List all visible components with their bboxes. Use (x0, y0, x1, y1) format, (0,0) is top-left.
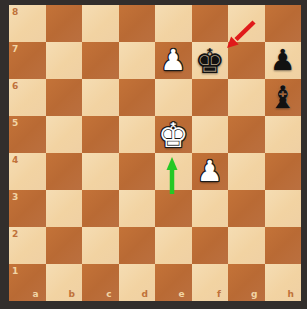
square-e1[interactable]: e (155, 264, 192, 301)
square-g1[interactable]: g (228, 264, 265, 301)
square-c6[interactable] (82, 79, 119, 116)
square-g2[interactable] (228, 227, 265, 264)
square-c7[interactable] (82, 42, 119, 79)
chess-board: 87♟♚♟6♝5♚4♟321abcdefgh (9, 5, 301, 301)
square-b3[interactable] (46, 190, 83, 227)
square-f5[interactable] (192, 116, 229, 153)
square-f1[interactable]: f (192, 264, 229, 301)
square-d3[interactable] (119, 190, 156, 227)
white-pawn[interactable]: ♟ (192, 153, 229, 190)
black-king[interactable]: ♚ (192, 42, 229, 79)
square-c8[interactable] (82, 5, 119, 42)
square-d1[interactable]: d (119, 264, 156, 301)
square-c3[interactable] (82, 190, 119, 227)
square-h2[interactable] (265, 227, 302, 264)
white-king[interactable]: ♚ (155, 116, 192, 153)
rank-label-4: 4 (12, 156, 18, 165)
square-b1[interactable]: b (46, 264, 83, 301)
square-e8[interactable] (155, 5, 192, 42)
file-label-e: e (178, 290, 184, 299)
file-label-d: d (142, 290, 148, 299)
square-f8[interactable] (192, 5, 229, 42)
rank-label-8: 8 (12, 8, 18, 17)
square-a8[interactable]: 8 (9, 5, 46, 42)
square-a5[interactable]: 5 (9, 116, 46, 153)
square-f4[interactable]: ♟ (192, 153, 229, 190)
rank-label-2: 2 (12, 230, 18, 239)
black-bishop[interactable]: ♝ (265, 79, 302, 116)
square-h6[interactable]: ♝ (265, 79, 302, 116)
square-h3[interactable] (265, 190, 302, 227)
square-d2[interactable] (119, 227, 156, 264)
square-b8[interactable] (46, 5, 83, 42)
rank-label-5: 5 (12, 119, 18, 128)
square-f7[interactable]: ♚ (192, 42, 229, 79)
square-c4[interactable] (82, 153, 119, 190)
square-a3[interactable]: 3 (9, 190, 46, 227)
square-c2[interactable] (82, 227, 119, 264)
square-h7[interactable]: ♟ (265, 42, 302, 79)
square-f6[interactable] (192, 79, 229, 116)
square-a1[interactable]: 1a (9, 264, 46, 301)
square-g7[interactable] (228, 42, 265, 79)
square-h8[interactable] (265, 5, 302, 42)
rank-label-6: 6 (12, 82, 18, 91)
rank-label-1: 1 (12, 267, 18, 276)
square-b6[interactable] (46, 79, 83, 116)
square-b7[interactable] (46, 42, 83, 79)
square-d7[interactable] (119, 42, 156, 79)
square-a7[interactable]: 7 (9, 42, 46, 79)
square-c1[interactable]: c (82, 264, 119, 301)
white-pawn[interactable]: ♟ (155, 42, 192, 79)
square-e7[interactable]: ♟ (155, 42, 192, 79)
square-e5[interactable]: ♚ (155, 116, 192, 153)
rank-label-7: 7 (12, 45, 18, 54)
square-f3[interactable] (192, 190, 229, 227)
square-a4[interactable]: 4 (9, 153, 46, 190)
square-h4[interactable] (265, 153, 302, 190)
file-label-c: c (106, 290, 111, 299)
square-a2[interactable]: 2 (9, 227, 46, 264)
square-f2[interactable] (192, 227, 229, 264)
square-g3[interactable] (228, 190, 265, 227)
square-g6[interactable] (228, 79, 265, 116)
square-d5[interactable] (119, 116, 156, 153)
square-c5[interactable] (82, 116, 119, 153)
square-d8[interactable] (119, 5, 156, 42)
square-a6[interactable]: 6 (9, 79, 46, 116)
square-d6[interactable] (119, 79, 156, 116)
file-label-g: g (251, 290, 257, 299)
square-e6[interactable] (155, 79, 192, 116)
square-g4[interactable] (228, 153, 265, 190)
square-h1[interactable]: h (265, 264, 302, 301)
square-e4[interactable] (155, 153, 192, 190)
board-frame: 87♟♚♟6♝5♚4♟321abcdefgh (0, 0, 307, 309)
rank-label-3: 3 (12, 193, 18, 202)
square-d4[interactable] (119, 153, 156, 190)
file-label-a: a (32, 290, 38, 299)
square-g8[interactable] (228, 5, 265, 42)
square-b2[interactable] (46, 227, 83, 264)
file-label-b: b (69, 290, 75, 299)
square-b4[interactable] (46, 153, 83, 190)
square-b5[interactable] (46, 116, 83, 153)
square-g5[interactable] (228, 116, 265, 153)
file-label-f: f (217, 290, 221, 299)
square-e2[interactable] (155, 227, 192, 264)
square-e3[interactable] (155, 190, 192, 227)
black-pawn[interactable]: ♟ (265, 42, 302, 79)
square-h5[interactable] (265, 116, 302, 153)
file-label-h: h (288, 290, 294, 299)
